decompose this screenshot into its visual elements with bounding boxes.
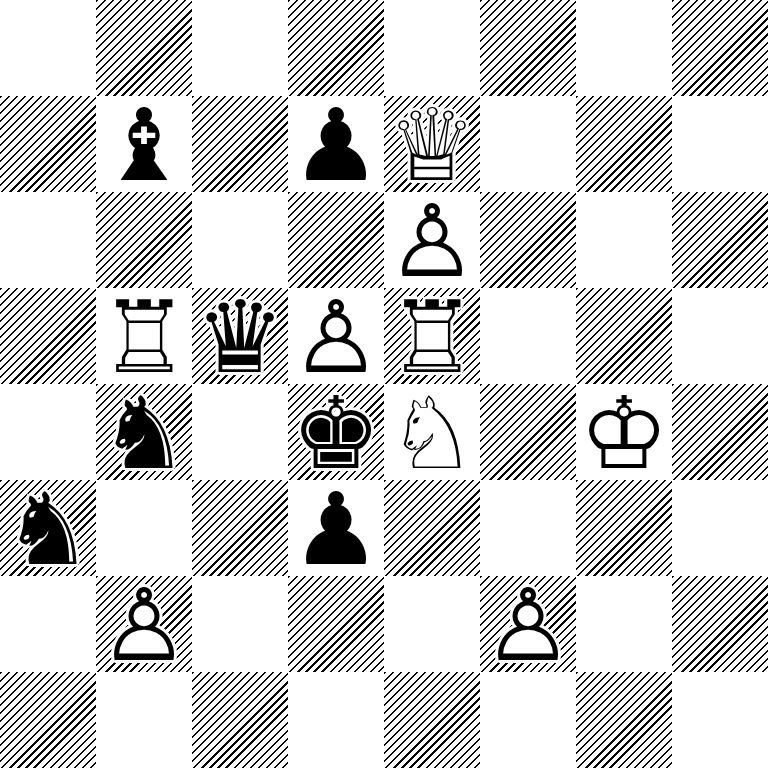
square-a2[interactable] bbox=[0, 576, 96, 672]
square-e8[interactable] bbox=[384, 0, 480, 96]
piece-face-glyph: ♘ bbox=[387, 384, 477, 484]
white-knight[interactable]: ♞♘ bbox=[384, 384, 480, 480]
piece-face-glyph: ♔ bbox=[579, 384, 669, 484]
square-b5[interactable]: ♜♖ bbox=[96, 288, 192, 384]
square-b8[interactable] bbox=[96, 0, 192, 96]
black-knight[interactable]: ♞♞ bbox=[96, 384, 192, 480]
square-b1[interactable] bbox=[96, 672, 192, 768]
piece-face-glyph: ♟ bbox=[291, 96, 381, 196]
black-bishop[interactable]: ♝♝ bbox=[96, 96, 192, 192]
square-h7[interactable] bbox=[672, 96, 768, 192]
square-e4[interactable]: ♞♘ bbox=[384, 384, 480, 480]
square-d2[interactable] bbox=[288, 576, 384, 672]
square-f3[interactable] bbox=[480, 480, 576, 576]
square-b6[interactable] bbox=[96, 192, 192, 288]
square-c6[interactable] bbox=[192, 192, 288, 288]
square-a1[interactable] bbox=[0, 672, 96, 768]
square-e1[interactable] bbox=[384, 672, 480, 768]
piece-face-glyph: ♕ bbox=[387, 96, 477, 196]
square-d6[interactable] bbox=[288, 192, 384, 288]
square-b7[interactable]: ♝♝ bbox=[96, 96, 192, 192]
square-g4[interactable]: ♚♔ bbox=[576, 384, 672, 480]
square-c8[interactable] bbox=[192, 0, 288, 96]
white-king[interactable]: ♚♔ bbox=[576, 384, 672, 480]
square-d5[interactable]: ♟♙ bbox=[288, 288, 384, 384]
square-g2[interactable] bbox=[576, 576, 672, 672]
square-f2[interactable]: ♟♙ bbox=[480, 576, 576, 672]
square-h4[interactable] bbox=[672, 384, 768, 480]
black-queen[interactable]: ♛♛ bbox=[192, 288, 288, 384]
square-d1[interactable] bbox=[288, 672, 384, 768]
square-c4[interactable] bbox=[192, 384, 288, 480]
square-e5[interactable]: ♜♖ bbox=[384, 288, 480, 384]
square-g8[interactable] bbox=[576, 0, 672, 96]
black-knight[interactable]: ♞♞ bbox=[0, 480, 96, 576]
square-c2[interactable] bbox=[192, 576, 288, 672]
square-c3[interactable] bbox=[192, 480, 288, 576]
white-pawn[interactable]: ♟♙ bbox=[480, 576, 576, 672]
square-d7[interactable]: ♟♟ bbox=[288, 96, 384, 192]
square-a6[interactable] bbox=[0, 192, 96, 288]
square-g5[interactable] bbox=[576, 288, 672, 384]
square-d3[interactable]: ♟♟ bbox=[288, 480, 384, 576]
square-e2[interactable] bbox=[384, 576, 480, 672]
piece-face-glyph: ♝ bbox=[99, 96, 189, 196]
square-f8[interactable] bbox=[480, 0, 576, 96]
square-b2[interactable]: ♟♙ bbox=[96, 576, 192, 672]
black-pawn[interactable]: ♟♟ bbox=[288, 96, 384, 192]
square-a7[interactable] bbox=[0, 96, 96, 192]
square-e7[interactable]: ♛♕ bbox=[384, 96, 480, 192]
piece-face-glyph: ♚ bbox=[291, 384, 381, 484]
square-a4[interactable] bbox=[0, 384, 96, 480]
square-h6[interactable] bbox=[672, 192, 768, 288]
piece-face-glyph: ♙ bbox=[483, 576, 573, 676]
square-h1[interactable] bbox=[672, 672, 768, 768]
piece-face-glyph: ♖ bbox=[387, 288, 477, 388]
square-h8[interactable] bbox=[672, 0, 768, 96]
white-rook[interactable]: ♜♖ bbox=[384, 288, 480, 384]
piece-face-glyph: ♙ bbox=[291, 288, 381, 388]
white-pawn[interactable]: ♟♙ bbox=[288, 288, 384, 384]
piece-face-glyph: ♞ bbox=[3, 480, 93, 580]
chess-board: ♝♝♟♟♛♕♟♙♜♖♛♛♟♙♜♖♞♞♚♚♞♘♚♔♞♞♟♟♟♙♟♙ bbox=[0, 0, 768, 768]
square-f6[interactable] bbox=[480, 192, 576, 288]
square-g6[interactable] bbox=[576, 192, 672, 288]
square-g3[interactable] bbox=[576, 480, 672, 576]
square-d8[interactable] bbox=[288, 0, 384, 96]
square-c1[interactable] bbox=[192, 672, 288, 768]
square-a5[interactable] bbox=[0, 288, 96, 384]
square-c7[interactable] bbox=[192, 96, 288, 192]
square-f7[interactable] bbox=[480, 96, 576, 192]
square-g7[interactable] bbox=[576, 96, 672, 192]
square-c5[interactable]: ♛♛ bbox=[192, 288, 288, 384]
square-h2[interactable] bbox=[672, 576, 768, 672]
square-f1[interactable] bbox=[480, 672, 576, 768]
piece-face-glyph: ♞ bbox=[99, 384, 189, 484]
square-a3[interactable]: ♞♞ bbox=[0, 480, 96, 576]
white-pawn[interactable]: ♟♙ bbox=[384, 192, 480, 288]
white-pawn[interactable]: ♟♙ bbox=[96, 576, 192, 672]
square-h3[interactable] bbox=[672, 480, 768, 576]
black-pawn[interactable]: ♟♟ bbox=[288, 480, 384, 576]
piece-face-glyph: ♙ bbox=[387, 192, 477, 292]
square-f4[interactable] bbox=[480, 384, 576, 480]
piece-face-glyph: ♛ bbox=[195, 288, 285, 388]
square-h5[interactable] bbox=[672, 288, 768, 384]
square-d4[interactable]: ♚♚ bbox=[288, 384, 384, 480]
square-e3[interactable] bbox=[384, 480, 480, 576]
square-f5[interactable] bbox=[480, 288, 576, 384]
white-queen[interactable]: ♛♕ bbox=[384, 96, 480, 192]
black-king[interactable]: ♚♚ bbox=[288, 384, 384, 480]
piece-face-glyph: ♟ bbox=[291, 480, 381, 580]
square-b3[interactable] bbox=[96, 480, 192, 576]
piece-face-glyph: ♖ bbox=[99, 288, 189, 388]
square-e6[interactable]: ♟♙ bbox=[384, 192, 480, 288]
square-g1[interactable] bbox=[576, 672, 672, 768]
square-a8[interactable] bbox=[0, 0, 96, 96]
piece-face-glyph: ♙ bbox=[99, 576, 189, 676]
white-rook[interactable]: ♜♖ bbox=[96, 288, 192, 384]
square-b4[interactable]: ♞♞ bbox=[96, 384, 192, 480]
